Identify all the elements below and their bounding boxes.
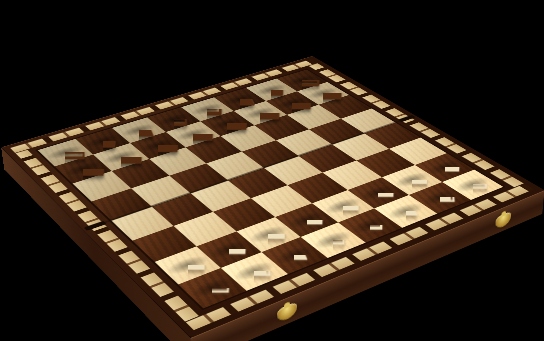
brass-clasp-left [277, 301, 297, 323]
chess-board: ♜♞♝♛♚♝♞♜♟♟♟♟♟♟♟♟♟♟♟♟♟♟♟♟♜♞♝♛♚♝♞♜ [1, 56, 544, 338]
brass-clasp-right [495, 211, 511, 230]
photo-scene: ♜♞♝♛♚♝♞♜♟♟♟♟♟♟♟♟♟♟♟♟♟♟♟♟♜♞♝♛♚♝♞♜ [0, 0, 544, 341]
